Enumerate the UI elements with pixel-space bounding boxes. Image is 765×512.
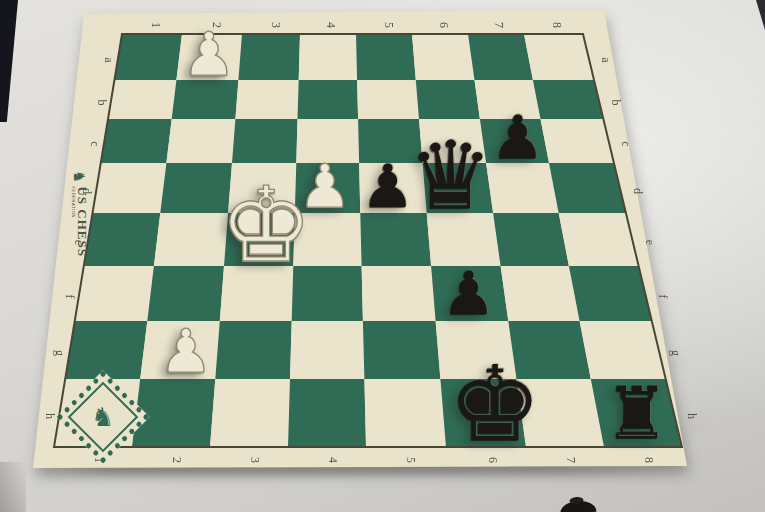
square-f8[interactable] [569, 266, 652, 321]
square-d8[interactable] [549, 163, 626, 213]
rank-label-top-7: 7 [492, 22, 506, 28]
file-label-left-h: h [43, 413, 57, 419]
square-h5[interactable] [364, 379, 446, 447]
black-queen-d6[interactable]: ♛ [404, 129, 498, 223]
square-b1[interactable] [108, 80, 176, 119]
square-h4[interactable] [288, 379, 366, 447]
square-e8[interactable] [559, 213, 639, 266]
black-king-h6[interactable]: ♚ [443, 352, 547, 456]
file-label-left-c: c [88, 141, 102, 146]
square-c1[interactable] [101, 119, 172, 163]
square-c3[interactable] [232, 119, 298, 163]
pixel-knight-icon: ♞ [91, 404, 114, 430]
square-a3[interactable] [238, 34, 300, 80]
rank-label-bottom-7: 7 [564, 457, 578, 463]
brand-knight-icon: ♞ [73, 170, 88, 183]
uschess-brand: ♞ US CHESS FEDERATION [67, 170, 93, 272]
rank-label-bottom-5: 5 [404, 457, 418, 463]
rank-label-bottom-2: 2 [170, 457, 184, 463]
white-king-e3[interactable]: ♚ [214, 173, 318, 277]
square-b3[interactable] [235, 80, 298, 119]
square-f2[interactable] [147, 266, 224, 321]
file-label-right-e: e [643, 240, 657, 245]
rank-label-top-4: 4 [324, 22, 338, 28]
square-f5[interactable] [362, 266, 436, 321]
file-label-right-d: d [631, 188, 645, 194]
rank-label-top-3: 3 [269, 22, 283, 28]
square-c8[interactable] [541, 119, 614, 163]
square-a1[interactable] [114, 34, 182, 80]
file-label-right-f: f [656, 295, 670, 299]
square-b5[interactable] [357, 80, 419, 119]
square-a7[interactable] [468, 34, 533, 80]
square-a6[interactable] [412, 34, 475, 80]
white-pawn-a2[interactable]: ♟ [179, 24, 239, 84]
file-label-left-b: b [95, 100, 109, 106]
square-c2[interactable] [166, 119, 235, 163]
file-label-left-a: a [102, 57, 116, 63]
square-a5[interactable] [356, 34, 416, 80]
brand-subtext: FEDERATION [71, 186, 75, 257]
brand-text: US CHESS [76, 186, 89, 257]
square-g3[interactable] [215, 321, 291, 379]
rank-label-top-8: 8 [550, 22, 564, 28]
file-label-left-f: f [63, 295, 77, 299]
square-a8[interactable] [524, 34, 594, 80]
white-pawn-g2[interactable]: ♟ [156, 321, 216, 381]
black-pawn-f6[interactable]: ♟ [439, 263, 499, 323]
square-f1[interactable] [75, 266, 154, 321]
square-g1[interactable] [65, 321, 147, 379]
file-label-left-g: g [53, 350, 67, 356]
square-g5[interactable] [363, 321, 441, 379]
black-rook-h8[interactable]: ♜ [601, 377, 673, 449]
square-a4[interactable] [299, 34, 357, 80]
square-e7[interactable] [493, 213, 569, 266]
square-b4[interactable] [298, 80, 359, 119]
square-e1[interactable] [84, 213, 161, 266]
rank-label-bottom-4: 4 [326, 457, 340, 463]
square-h3[interactable] [210, 379, 290, 447]
square-g4[interactable] [290, 321, 364, 379]
rank-label-bottom-8: 8 [642, 457, 656, 463]
file-label-right-a: a [599, 57, 613, 63]
square-b6[interactable] [416, 80, 480, 119]
square-d1[interactable] [93, 163, 167, 213]
rank-label-top-1: 1 [149, 22, 163, 28]
rank-label-top-6: 6 [437, 22, 451, 28]
square-f7[interactable] [501, 266, 580, 321]
rank-label-bottom-3: 3 [248, 457, 262, 463]
rank-label-top-5: 5 [382, 22, 396, 28]
file-label-right-c: c [619, 141, 633, 146]
file-label-right-b: b [609, 100, 623, 106]
file-label-right-g: g [669, 350, 683, 356]
file-label-right-h: h [685, 413, 699, 419]
